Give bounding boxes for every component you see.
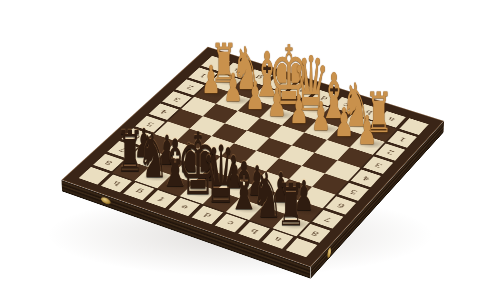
rank-label-8-text: 8 <box>309 230 320 237</box>
piece-white-pawn-b2[interactable]: ♟ <box>334 104 354 144</box>
rank-label-2-text: 2 <box>385 149 395 156</box>
rank-label-3-text: 3 <box>373 162 383 169</box>
piece-white-pawn-e2[interactable]: ♟ <box>267 83 286 122</box>
rank-label-3-text: 3 <box>172 96 182 102</box>
rank-label-4-text: 4 <box>361 175 371 182</box>
chess-set-photo: hgfedcba1122334455667788hgfedcba ♜♞♝♚♛♝♞… <box>0 0 480 296</box>
rank-label-7-text: 7 <box>323 216 334 223</box>
piece-white-pawn-g2[interactable]: ♟ <box>223 69 242 108</box>
rank-label-5-text: 5 <box>348 188 359 195</box>
rank-label-8-text: 8 <box>103 159 114 166</box>
rank-label-2-text: 2 <box>185 84 195 90</box>
brass-clasp-icon <box>327 246 331 259</box>
piece-white-pawn-f2[interactable]: ♟ <box>245 76 264 115</box>
rank-label-1-text: 1 <box>397 136 407 143</box>
rank-label-4-text: 4 <box>158 108 168 115</box>
piece-white-pawn-h2[interactable]: ♟ <box>202 62 221 101</box>
piece-white-pawn-d2[interactable]: ♟ <box>289 90 308 129</box>
piece-black-rook-a8[interactable]: ♜ <box>276 176 305 234</box>
brass-clasp-icon <box>101 196 111 205</box>
piece-white-pawn-a2[interactable]: ♟ <box>357 111 377 151</box>
rank-label-6-text: 6 <box>335 202 346 209</box>
piece-white-pawn-c2[interactable]: ♟ <box>312 97 331 137</box>
